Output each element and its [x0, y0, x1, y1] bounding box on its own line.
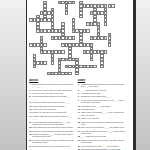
clue-text: King of the Danes at the start of the st…	[32, 101, 74, 103]
grid-cell	[51, 61, 55, 65]
grid-cell	[68, 72, 72, 76]
clue-item: 20.Stole a jeweled cup from the ____ (th…	[78, 126, 125, 128]
clue-item: 17.Number of years the hero ruled his pe…	[29, 111, 75, 113]
clue-text: Founded a kingdom ____ or known as the l…	[32, 133, 74, 138]
grid-cell	[79, 15, 83, 19]
across-header: Across	[29, 79, 75, 82]
clue-text: ____ (thank the brave servant)	[81, 135, 125, 137]
clue-item: 24.He returned home and was given ____ a…	[78, 130, 125, 135]
clue-text: He traveled over the sea to repay an old…	[81, 99, 125, 104]
worksheet-paper: 1234567891011121314151617181920212223242…	[27, 0, 133, 150]
clue-item: 28.____ (thank the brave servant)	[78, 135, 125, 137]
clue-item: 33.The burial mound was built high on a …	[78, 148, 125, 150]
crossword-grid: 1234567891011121314151617181920212223242…	[29, 1, 122, 76]
grid-cell	[43, 43, 47, 47]
across-clue-list: 4.Sailed across the sea with fourteen of…	[29, 83, 75, 147]
clue-text: Damaged beyond ____ (the sword)	[81, 105, 125, 107]
across-section: Across 4.Sailed across the sea with four…	[29, 79, 75, 148]
clue-text: The words spoken before ____ (the depart…	[81, 145, 125, 147]
clue-text: Sailed across the sea with fourteen of h…	[32, 83, 74, 88]
grid-cell	[90, 58, 94, 62]
clue-item: 2.____ was the father of the king	[78, 89, 125, 91]
clue-text: Creature that attacked the hall each nig…	[32, 95, 74, 100]
clue-text: Number of men who fled from the final ba…	[81, 139, 125, 144]
clue-item: 4.Sailed across the sea with fourteen of…	[29, 83, 75, 88]
clue-text: Cause of the hero's death (a poisoned wo…	[81, 121, 125, 126]
clue-item: 11.King of the Danes at the start of the…	[29, 101, 75, 103]
clue-item: 1.From his back and shoulders the monste…	[78, 83, 125, 88]
grid-cell	[33, 65, 37, 69]
clue-item: 32.The words spoken before ____ (the dep…	[78, 145, 125, 147]
grid-cell	[72, 1, 76, 5]
grid-cell	[43, 61, 47, 65]
clue-text: Celebration held	[81, 108, 125, 110]
clue-item: 23.Trusted friend who stayed to fight in…	[29, 130, 75, 132]
clue-text: The name of the great hall of the king	[32, 92, 74, 94]
clue-text: Places where the monster ____ (went) at …	[81, 111, 125, 116]
clue-item: 10.Damaged beyond ____ (the sword)	[78, 105, 125, 107]
clue-text: Stole a jeweled cup from the ____ (the d…	[81, 126, 125, 128]
clue-text: ____ was the father of the king	[81, 89, 125, 91]
clue-text: Found beneath the lake	[81, 92, 125, 94]
clue-item: 15.Author of the story (unknown)	[29, 108, 75, 110]
clue-text: He returned home and was given ____ and …	[81, 130, 125, 135]
clue-item: 13.Weapon that failed against the monste…	[29, 105, 75, 107]
down-section: Down 1.From his back and shoulders the m…	[78, 79, 125, 150]
clue-item: 21.He was famous for his strength and __…	[29, 121, 75, 126]
clue-item: 14.Places where the monster ____ (went) …	[78, 111, 125, 116]
grid-cell	[104, 50, 108, 54]
clue-item: 3.Found beneath the lake	[78, 92, 125, 94]
clue-item: 5.Modern-day country where the story tak…	[29, 89, 75, 91]
clue-text: He was famous for his strength and ____ …	[32, 121, 74, 126]
grid-cell	[61, 50, 65, 54]
grid-cell	[86, 29, 90, 33]
clue-text: Beasts in the dark waters were ____	[81, 95, 125, 97]
clue-item: 16.Mother of the monster	[78, 117, 125, 119]
clue-item: 12.Celebration held	[78, 108, 125, 110]
down-clue-list: 1.From his back and shoulders the monste…	[78, 83, 125, 150]
clue-text: The prize carried back from the monster'…	[32, 139, 74, 144]
clue-item: 9.He traveled over the sea to repay an o…	[78, 99, 125, 104]
clue-text: These gathered at the burial mound (the …	[32, 126, 74, 128]
grid-cell	[104, 22, 108, 26]
clue-text: The burial mound was built high on a cli…	[81, 148, 125, 150]
clue-text: Spoken tribute given at the funeral of t…	[32, 145, 74, 147]
clue-text: From his back and shoulders the monster'…	[81, 83, 125, 88]
clue-text: Number of years the hero ruled his peopl…	[32, 111, 74, 113]
clue-item: 22.These gathered at the burial mound (t…	[29, 126, 75, 128]
clue-item: 25.Founded a kingdom ____ or known as th…	[29, 133, 75, 138]
clue-item: 26.The prize carried back from the monst…	[29, 139, 75, 144]
clue-text: Trusted friend who stayed to fight in th…	[32, 130, 74, 132]
grid-cell	[100, 65, 104, 69]
down-header: Down	[78, 79, 125, 82]
clue-section: Across 4.Sailed across the sea with four…	[29, 79, 127, 150]
worksheet-scan: 1234567891011121314151617181920212223242…	[0, 0, 150, 150]
clue-text: Weapon that failed against the monster	[32, 105, 74, 107]
clue-text: Mother of the monster	[81, 117, 125, 119]
grid-cell	[65, 11, 69, 15]
clue-item: 18.Cause of the hero's death (a poisoned…	[78, 121, 125, 126]
grid-cell	[72, 36, 76, 40]
clue-text: Modern-day country where the story takes…	[32, 89, 74, 91]
clue-item: 6.Beasts in the dark waters were ____	[78, 95, 125, 97]
clue-item: 27.Spoken tribute given at the funeral o…	[29, 145, 75, 147]
clue-text: Treasure that was guarded deep inside th…	[32, 115, 74, 120]
clue-text: Author of the story (unknown)	[32, 108, 74, 110]
grid-cell	[108, 43, 112, 47]
grid-cell	[75, 72, 79, 76]
clue-item: 8.Creature that attacked the hall each n…	[29, 95, 75, 100]
grid-cell	[111, 4, 115, 8]
clue-item: 19.Treasure that was guarded deep inside…	[29, 115, 75, 120]
clue-item: 7.The name of the great hall of the king	[29, 92, 75, 94]
grid-cell	[93, 65, 97, 69]
page-right-edge-rule	[133, 0, 135, 150]
clue-item: 31.Number of men who fled from the final…	[78, 139, 125, 144]
